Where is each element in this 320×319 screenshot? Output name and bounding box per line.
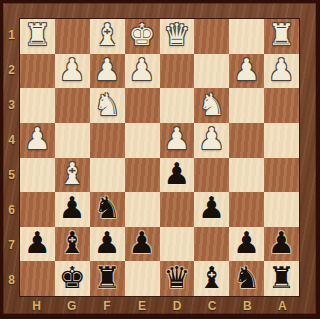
square-g8[interactable]: ♚ <box>55 261 90 296</box>
square-e4[interactable] <box>125 123 160 158</box>
piece-black-pawn: ♟ <box>94 228 121 258</box>
square-b1[interactable] <box>229 19 264 54</box>
square-h3[interactable] <box>20 88 55 123</box>
piece-white-pawn: ♟ <box>24 124 51 154</box>
square-f8[interactable]: ♜ <box>90 261 125 296</box>
square-d5[interactable]: ♟ <box>160 158 195 193</box>
piece-white-bishop: ♝ <box>59 159 86 189</box>
chess-app-window: 12345678 HGFEDCBA ♜♝♚♛♜♟♟♟♟♟♞♞♟♟♟♝♟♟♞♟♟♝… <box>0 0 320 319</box>
file-label-a: A <box>265 297 300 314</box>
square-b7[interactable]: ♟ <box>229 227 264 262</box>
square-d2[interactable] <box>160 54 195 89</box>
piece-black-pawn: ♟ <box>268 228 295 258</box>
file-label-d: D <box>160 297 195 314</box>
square-a2[interactable]: ♟ <box>264 54 299 89</box>
piece-black-rook: ♜ <box>268 263 295 293</box>
file-label-c: C <box>195 297 230 314</box>
piece-white-pawn: ♟ <box>268 55 295 85</box>
square-b2[interactable]: ♟ <box>229 54 264 89</box>
square-g4[interactable] <box>55 123 90 158</box>
square-b6[interactable] <box>229 192 264 227</box>
piece-white-king: ♚ <box>129 20 156 50</box>
chess-board: ♜♝♚♛♜♟♟♟♟♟♞♞♟♟♟♝♟♟♞♟♟♝♟♟♟♟♚♜♛♝♞♜ <box>19 18 300 297</box>
rank-label-8: 8 <box>4 262 19 297</box>
square-h8[interactable] <box>20 261 55 296</box>
square-e8[interactable] <box>125 261 160 296</box>
square-b8[interactable]: ♞ <box>229 261 264 296</box>
piece-black-pawn: ♟ <box>59 193 86 223</box>
square-a3[interactable] <box>264 88 299 123</box>
square-a8[interactable]: ♜ <box>264 261 299 296</box>
square-e6[interactable] <box>125 192 160 227</box>
square-d7[interactable] <box>160 227 195 262</box>
square-c8[interactable]: ♝ <box>194 261 229 296</box>
square-b4[interactable] <box>229 123 264 158</box>
square-c7[interactable] <box>194 227 229 262</box>
square-h5[interactable] <box>20 158 55 193</box>
piece-black-pawn: ♟ <box>163 159 190 189</box>
piece-white-pawn: ♟ <box>163 124 190 154</box>
square-d4[interactable]: ♟ <box>160 123 195 158</box>
file-label-f: F <box>89 297 124 314</box>
square-a4[interactable] <box>264 123 299 158</box>
square-g2[interactable]: ♟ <box>55 54 90 89</box>
square-f4[interactable] <box>90 123 125 158</box>
piece-black-knight: ♞ <box>233 263 260 293</box>
rank-label-6: 6 <box>4 192 19 227</box>
piece-white-pawn: ♟ <box>129 55 156 85</box>
square-f1[interactable]: ♝ <box>90 19 125 54</box>
square-g5[interactable]: ♝ <box>55 158 90 193</box>
square-c1[interactable] <box>194 19 229 54</box>
file-label-e: E <box>124 297 159 314</box>
square-e3[interactable] <box>125 88 160 123</box>
square-a6[interactable] <box>264 192 299 227</box>
rank-label-5: 5 <box>4 158 19 193</box>
square-d3[interactable] <box>160 88 195 123</box>
square-f2[interactable]: ♟ <box>90 54 125 89</box>
piece-white-pawn: ♟ <box>94 55 121 85</box>
square-c6[interactable]: ♟ <box>194 192 229 227</box>
rank-label-2: 2 <box>4 53 19 88</box>
piece-white-rook: ♜ <box>24 20 51 50</box>
square-e7[interactable]: ♟ <box>125 227 160 262</box>
square-d6[interactable] <box>160 192 195 227</box>
piece-black-bishop: ♝ <box>59 228 86 258</box>
rank-labels: 12345678 <box>4 18 19 297</box>
piece-black-pawn: ♟ <box>233 228 260 258</box>
square-c4[interactable]: ♟ <box>194 123 229 158</box>
piece-black-pawn: ♟ <box>129 228 156 258</box>
square-a1[interactable]: ♜ <box>264 19 299 54</box>
square-d1[interactable]: ♛ <box>160 19 195 54</box>
rank-label-4: 4 <box>4 123 19 158</box>
file-labels: HGFEDCBA <box>19 297 300 314</box>
square-h6[interactable] <box>20 192 55 227</box>
square-f3[interactable]: ♞ <box>90 88 125 123</box>
rank-label-7: 7 <box>4 227 19 262</box>
square-g7[interactable]: ♝ <box>55 227 90 262</box>
square-f6[interactable]: ♞ <box>90 192 125 227</box>
piece-white-knight: ♞ <box>198 90 225 120</box>
piece-white-bishop: ♝ <box>94 20 121 50</box>
piece-black-rook: ♜ <box>94 263 121 293</box>
piece-black-knight: ♞ <box>94 193 121 223</box>
piece-white-pawn: ♟ <box>59 55 86 85</box>
piece-white-knight: ♞ <box>94 90 121 120</box>
square-e1[interactable]: ♚ <box>125 19 160 54</box>
square-e2[interactable]: ♟ <box>125 54 160 89</box>
square-g3[interactable] <box>55 88 90 123</box>
square-c2[interactable] <box>194 54 229 89</box>
file-label-h: H <box>19 297 54 314</box>
piece-white-queen: ♛ <box>163 20 190 50</box>
piece-black-pawn: ♟ <box>24 228 51 258</box>
square-h2[interactable] <box>20 54 55 89</box>
file-label-g: G <box>54 297 89 314</box>
square-c5[interactable] <box>194 158 229 193</box>
square-h7[interactable]: ♟ <box>20 227 55 262</box>
piece-black-bishop: ♝ <box>198 263 225 293</box>
square-f7[interactable]: ♟ <box>90 227 125 262</box>
square-e5[interactable] <box>125 158 160 193</box>
piece-white-rook: ♜ <box>268 20 295 50</box>
square-h4[interactable]: ♟ <box>20 123 55 158</box>
square-d8[interactable]: ♛ <box>160 261 195 296</box>
rank-label-3: 3 <box>4 88 19 123</box>
piece-black-pawn: ♟ <box>198 193 225 223</box>
square-f5[interactable] <box>90 158 125 193</box>
piece-black-queen: ♛ <box>163 263 190 293</box>
piece-black-king: ♚ <box>59 263 86 293</box>
rank-label-1: 1 <box>4 18 19 53</box>
square-b5[interactable] <box>229 158 264 193</box>
square-g1[interactable] <box>55 19 90 54</box>
square-c3[interactable]: ♞ <box>194 88 229 123</box>
square-a7[interactable]: ♟ <box>264 227 299 262</box>
piece-white-pawn: ♟ <box>198 124 225 154</box>
square-b3[interactable] <box>229 88 264 123</box>
square-h1[interactable]: ♜ <box>20 19 55 54</box>
piece-white-pawn: ♟ <box>233 55 260 85</box>
square-a5[interactable] <box>264 158 299 193</box>
square-g6[interactable]: ♟ <box>55 192 90 227</box>
file-label-b: B <box>230 297 265 314</box>
